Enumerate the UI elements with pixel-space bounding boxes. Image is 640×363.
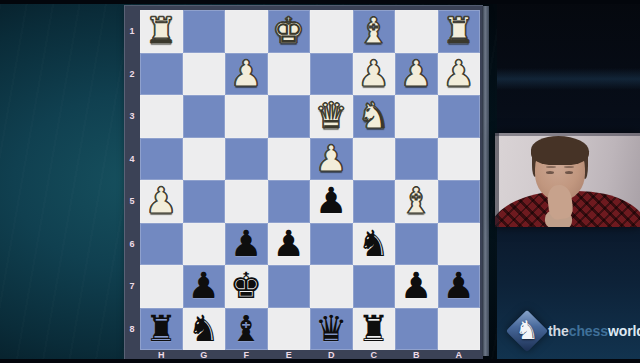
square-b8[interactable] — [395, 308, 438, 351]
square-d3[interactable]: ♛ — [310, 95, 353, 138]
square-f4[interactable] — [225, 138, 268, 181]
video-frame: ♜♚♝♜♟♟♟♟♛♞♟♟♟♝♟♟♞♟♚♟♟♜♞♝♛♜ 12345678 HGFE… — [0, 0, 640, 363]
square-b3[interactable] — [395, 95, 438, 138]
piece-black-pawn: ♟ — [438, 265, 481, 308]
square-e3[interactable] — [268, 95, 311, 138]
square-h7[interactable] — [140, 265, 183, 308]
rank-label-2: 2 — [125, 53, 139, 96]
rank-label-8: 8 — [125, 308, 139, 351]
square-d2[interactable] — [310, 53, 353, 96]
piece-white-king: ♚ — [268, 10, 311, 53]
rank-label-3: 3 — [125, 95, 139, 138]
square-a5[interactable] — [438, 180, 481, 223]
presenter-eye-left — [546, 171, 554, 174]
piece-white-rook: ♜ — [140, 10, 183, 53]
square-a1[interactable]: ♜ — [438, 10, 481, 53]
square-d6[interactable] — [310, 223, 353, 266]
square-c1[interactable]: ♝ — [353, 10, 396, 53]
piece-black-king: ♚ — [225, 265, 268, 308]
square-h1[interactable]: ♜ — [140, 10, 183, 53]
square-c3[interactable]: ♞ — [353, 95, 396, 138]
square-e6[interactable]: ♟ — [268, 223, 311, 266]
square-c8[interactable]: ♜ — [353, 308, 396, 351]
square-g3[interactable] — [183, 95, 226, 138]
square-b1[interactable] — [395, 10, 438, 53]
square-a3[interactable] — [438, 95, 481, 138]
square-b2[interactable]: ♟ — [395, 53, 438, 96]
presenter-hair — [531, 136, 589, 165]
square-f7[interactable]: ♚ — [225, 265, 268, 308]
square-a7[interactable]: ♟ — [438, 265, 481, 308]
square-e1[interactable]: ♚ — [268, 10, 311, 53]
square-b7[interactable]: ♟ — [395, 265, 438, 308]
piece-black-knight: ♞ — [183, 308, 226, 351]
square-d4[interactable]: ♟ — [310, 138, 353, 181]
piece-black-rook: ♜ — [353, 308, 396, 351]
piece-white-pawn: ♟ — [353, 53, 396, 96]
square-h2[interactable] — [140, 53, 183, 96]
piece-black-pawn: ♟ — [268, 223, 311, 266]
square-b4[interactable] — [395, 138, 438, 181]
square-e8[interactable] — [268, 308, 311, 351]
background-light-band — [497, 68, 640, 90]
square-d7[interactable] — [310, 265, 353, 308]
square-h8[interactable]: ♜ — [140, 308, 183, 351]
piece-black-pawn: ♟ — [310, 180, 353, 223]
square-e7[interactable] — [268, 265, 311, 308]
square-c5[interactable] — [353, 180, 396, 223]
brand-word-chess: chess — [569, 323, 608, 339]
square-h6[interactable] — [140, 223, 183, 266]
piece-white-pawn: ♟ — [140, 180, 183, 223]
square-a8[interactable] — [438, 308, 481, 351]
chess-board: ♜♚♝♜♟♟♟♟♛♞♟♟♟♝♟♟♞♟♚♟♟♜♞♝♛♜ — [140, 10, 480, 350]
square-a4[interactable] — [438, 138, 481, 181]
square-f2[interactable]: ♟ — [225, 53, 268, 96]
square-d5[interactable]: ♟ — [310, 180, 353, 223]
square-f6[interactable]: ♟ — [225, 223, 268, 266]
square-a2[interactable]: ♟ — [438, 53, 481, 96]
square-g2[interactable] — [183, 53, 226, 96]
piece-white-bishop: ♝ — [395, 180, 438, 223]
rank-label-5: 5 — [125, 180, 139, 223]
piece-white-queen: ♛ — [310, 95, 353, 138]
piece-black-bishop: ♝ — [225, 308, 268, 351]
square-b6[interactable] — [395, 223, 438, 266]
square-g5[interactable] — [183, 180, 226, 223]
webcam-video — [495, 133, 640, 227]
piece-white-rook: ♜ — [438, 10, 481, 53]
piece-black-rook: ♜ — [140, 308, 183, 351]
square-g6[interactable] — [183, 223, 226, 266]
brand-word-the: the — [548, 323, 569, 339]
presenter-eyebrow-left — [546, 166, 556, 168]
square-h3[interactable] — [140, 95, 183, 138]
piece-white-bishop: ♝ — [353, 10, 396, 53]
square-g1[interactable] — [183, 10, 226, 53]
knight-logo-icon: ♞ — [512, 313, 542, 347]
presenter-eye-right — [565, 171, 573, 174]
square-d1[interactable] — [310, 10, 353, 53]
piece-white-pawn: ♟ — [395, 53, 438, 96]
webcam-content — [495, 133, 640, 227]
board-right-edge-highlight — [482, 6, 489, 356]
piece-black-pawn: ♟ — [183, 265, 226, 308]
square-c2[interactable]: ♟ — [353, 53, 396, 96]
rank-label-1: 1 — [125, 10, 139, 53]
square-g4[interactable] — [183, 138, 226, 181]
square-d8[interactable]: ♛ — [310, 308, 353, 351]
square-h4[interactable] — [140, 138, 183, 181]
square-g7[interactable]: ♟ — [183, 265, 226, 308]
webcam-left-shadow — [495, 133, 499, 227]
piece-black-pawn: ♟ — [395, 265, 438, 308]
square-c4[interactable] — [353, 138, 396, 181]
piece-white-knight: ♞ — [353, 95, 396, 138]
rank-label-7: 7 — [125, 265, 139, 308]
brand-wordmark: thechessworld — [548, 323, 640, 339]
presenter-eyebrow-right — [564, 166, 574, 168]
square-e5[interactable] — [268, 180, 311, 223]
letterbox-top — [0, 0, 640, 4]
piece-white-pawn: ♟ — [310, 138, 353, 181]
square-f1[interactable] — [225, 10, 268, 53]
square-e4[interactable] — [268, 138, 311, 181]
rank-label-4: 4 — [125, 138, 139, 181]
brand-word-world: world — [608, 323, 640, 339]
square-f5[interactable] — [225, 180, 268, 223]
rank-label-6: 6 — [125, 223, 139, 266]
letterbox-bottom — [0, 359, 640, 363]
piece-black-pawn: ♟ — [225, 223, 268, 266]
webcam-top-shadow — [495, 133, 640, 136]
piece-white-pawn: ♟ — [225, 53, 268, 96]
square-f8[interactable]: ♝ — [225, 308, 268, 351]
square-c7[interactable] — [353, 265, 396, 308]
square-h5[interactable]: ♟ — [140, 180, 183, 223]
square-b5[interactable]: ♝ — [395, 180, 438, 223]
square-e2[interactable] — [268, 53, 311, 96]
square-c6[interactable]: ♞ — [353, 223, 396, 266]
piece-black-queen: ♛ — [310, 308, 353, 351]
square-g8[interactable]: ♞ — [183, 308, 226, 351]
piece-white-pawn: ♟ — [438, 53, 481, 96]
square-f3[interactable] — [225, 95, 268, 138]
piece-black-knight: ♞ — [353, 223, 396, 266]
square-a6[interactable] — [438, 223, 481, 266]
